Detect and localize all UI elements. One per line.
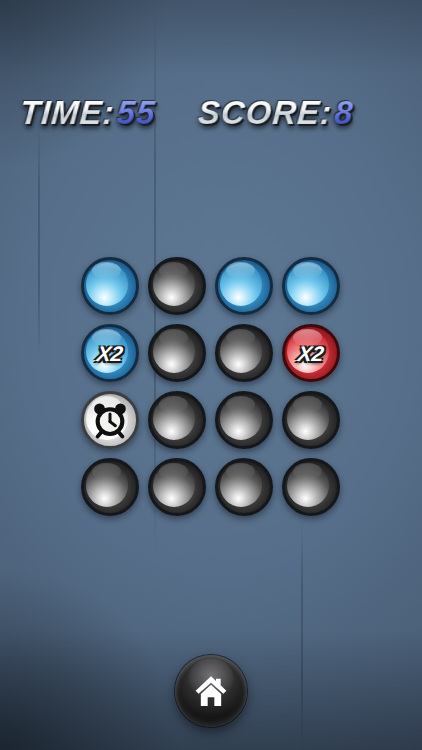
hexagon [382,182,422,250]
hexagon [262,182,342,250]
hexagon [400,714,422,750]
ball-black[interactable] [81,458,139,516]
score-label: SCORE: [197,94,334,132]
hexagon [10,162,90,230]
time-value: 55 [115,94,156,132]
hexagon [280,646,360,714]
hud-bar: TIME: 55 SCORE: 8 [0,94,422,132]
hexagon [340,612,420,680]
ball-blue[interactable] [282,257,340,315]
background-streak [38,120,40,360]
x2-multiplier-label: X2 [96,343,125,364]
hexagon [400,646,422,714]
x2-multiplier-label: X2 [297,343,326,364]
time-label: TIME: [19,94,116,132]
hexagon [0,0,28,60]
ball-black[interactable] [282,391,340,449]
ball-red-x2[interactable]: X2 [282,324,340,382]
home-icon [191,671,231,711]
ball-white-clock[interactable] [81,391,139,449]
hexagon [400,578,422,646]
hexagon [340,680,420,748]
ball-black[interactable] [148,391,206,449]
hexagon [340,544,420,612]
hexagon [382,0,422,46]
score-value: 8 [333,94,355,132]
hexagon [0,128,28,196]
time-display: TIME: 55 [19,94,157,132]
ball-black[interactable] [215,458,273,516]
hexagon [322,148,402,216]
ball-blue-x2[interactable]: X2 [81,324,139,382]
ball-black[interactable] [215,324,273,382]
hexagon [262,0,342,46]
ball-blue[interactable] [215,257,273,315]
hexagon [280,578,360,646]
ball-black[interactable] [148,257,206,315]
ball-black[interactable] [148,324,206,382]
hexagon [58,0,138,26]
background-streak [301,520,303,750]
ball-black[interactable] [148,458,206,516]
ball-black[interactable] [215,391,273,449]
hexagon [322,0,402,12]
ball-blue[interactable] [81,257,139,315]
ball-black[interactable] [282,458,340,516]
home-button[interactable] [175,655,247,727]
game-board: X2X2 [81,257,340,516]
score-display: SCORE: 8 [197,94,355,132]
hexagon [10,26,90,94]
hexagon [280,714,360,750]
hexagon [322,12,402,80]
game-screen: TIME: 55 SCORE: 8 X2X2 [0,0,422,750]
alarm-clock-icon [91,401,129,439]
